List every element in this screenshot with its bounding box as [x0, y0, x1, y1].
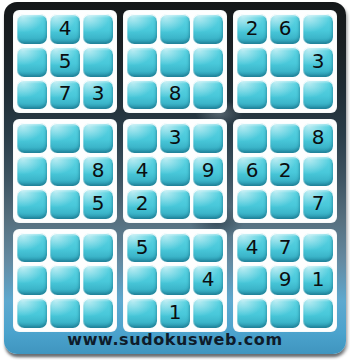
sudoku-cell[interactable]: 4 [193, 265, 223, 295]
sudoku-cell[interactable]: 3 [303, 47, 333, 77]
given-digit: 4 [136, 160, 149, 180]
sudoku-cell[interactable] [127, 80, 157, 110]
sudoku-cell[interactable] [160, 14, 190, 44]
given-digit: 7 [279, 237, 292, 257]
sudoku-cell[interactable] [50, 123, 80, 153]
sudoku-cell[interactable] [237, 80, 267, 110]
sudoku-cell[interactable] [83, 47, 113, 77]
sudoku-cell[interactable] [127, 265, 157, 295]
sudoku-cell[interactable] [127, 14, 157, 44]
sudoku-cell[interactable] [270, 123, 300, 153]
given-digit: 3 [169, 127, 182, 147]
sudoku-cell[interactable] [160, 47, 190, 77]
given-digit: 6 [246, 160, 259, 180]
sudoku-cell[interactable] [50, 265, 80, 295]
sudoku-cell[interactable] [160, 265, 190, 295]
sudoku-cell[interactable] [83, 265, 113, 295]
given-digit: 8 [169, 83, 182, 103]
sudoku-cell[interactable] [303, 233, 333, 263]
sudoku-cell[interactable] [17, 80, 47, 110]
given-digit: 9 [202, 160, 215, 180]
sudoku-cell[interactable]: 8 [160, 80, 190, 110]
sudoku-box: 4573 [13, 10, 117, 113]
given-digit: 5 [136, 237, 149, 257]
sudoku-cell[interactable] [83, 123, 113, 153]
sudoku-cell[interactable]: 7 [303, 189, 333, 219]
sudoku-cell[interactable]: 5 [50, 47, 80, 77]
sudoku-cell[interactable]: 1 [160, 298, 190, 328]
sudoku-cell[interactable]: 3 [160, 123, 190, 153]
sudoku-box: 3492 [123, 119, 227, 222]
sudoku-box: 8 [123, 10, 227, 113]
sudoku-cell[interactable] [303, 298, 333, 328]
sudoku-cell[interactable]: 8 [83, 156, 113, 186]
given-digit: 5 [92, 193, 105, 213]
sudoku-cell[interactable] [50, 233, 80, 263]
sudoku-cell[interactable] [193, 298, 223, 328]
sudoku-cell[interactable]: 4 [50, 14, 80, 44]
sudoku-cell[interactable]: 2 [237, 14, 267, 44]
sudoku-cell[interactable]: 4 [127, 156, 157, 186]
sudoku-cell[interactable] [270, 298, 300, 328]
sudoku-cell[interactable] [270, 47, 300, 77]
sudoku-cell[interactable]: 1 [303, 265, 333, 295]
sudoku-box [13, 229, 117, 332]
sudoku-cell[interactable] [193, 123, 223, 153]
sudoku-cell[interactable]: 6 [237, 156, 267, 186]
given-digit: 8 [312, 127, 325, 147]
sudoku-cell[interactable] [17, 123, 47, 153]
sudoku-cell[interactable] [50, 156, 80, 186]
sudoku-cell[interactable] [17, 47, 47, 77]
given-digit: 5 [59, 51, 72, 71]
sudoku-cell[interactable]: 5 [83, 189, 113, 219]
sudoku-cell[interactable] [17, 14, 47, 44]
given-digit: 2 [246, 18, 259, 38]
sudoku-cell[interactable] [127, 123, 157, 153]
sudoku-cell[interactable] [17, 298, 47, 328]
sudoku-cell[interactable] [303, 156, 333, 186]
sudoku-cell[interactable]: 7 [270, 233, 300, 263]
sudoku-cell[interactable] [127, 298, 157, 328]
sudoku-cell[interactable] [83, 14, 113, 44]
board-plaque: 4573826385349286275414791 www.sudokusweb… [4, 2, 346, 354]
given-digit: 3 [92, 83, 105, 103]
given-digit: 6 [279, 18, 292, 38]
sudoku-box: 263 [233, 10, 337, 113]
sudoku-cell[interactable] [193, 47, 223, 77]
sudoku-cell[interactable] [237, 123, 267, 153]
given-digit: 1 [169, 302, 182, 322]
sudoku-cell[interactable] [270, 189, 300, 219]
sudoku-cell[interactable]: 7 [50, 80, 80, 110]
sudoku-cell[interactable] [237, 47, 267, 77]
sudoku-widget: 4573826385349286275414791 www.sudokusweb… [0, 0, 350, 360]
sudoku-cell[interactable] [193, 189, 223, 219]
sudoku-cell[interactable] [160, 233, 190, 263]
sudoku-cell[interactable] [127, 47, 157, 77]
sudoku-cell[interactable]: 8 [303, 123, 333, 153]
sudoku-cell[interactable] [270, 80, 300, 110]
sudoku-cell[interactable] [83, 233, 113, 263]
given-digit: 2 [136, 193, 149, 213]
given-digit: 3 [312, 51, 325, 71]
sudoku-cell[interactable] [17, 156, 47, 186]
sudoku-cell[interactable]: 4 [237, 233, 267, 263]
sudoku-cell[interactable]: 2 [270, 156, 300, 186]
sudoku-cell[interactable] [17, 189, 47, 219]
sudoku-box: 85 [13, 119, 117, 222]
sudoku-board: 4573826385349286275414791 [13, 10, 337, 332]
sudoku-cell[interactable] [303, 14, 333, 44]
sudoku-cell[interactable] [50, 189, 80, 219]
sudoku-box: 541 [123, 229, 227, 332]
sudoku-cell[interactable]: 6 [270, 14, 300, 44]
given-digit: 1 [312, 269, 325, 289]
given-digit: 2 [279, 160, 292, 180]
given-digit: 7 [59, 83, 72, 103]
sudoku-cell[interactable]: 5 [127, 233, 157, 263]
given-digit: 4 [59, 18, 72, 38]
given-digit: 7 [312, 193, 325, 213]
sudoku-cell[interactable] [50, 298, 80, 328]
sudoku-cell[interactable] [160, 189, 190, 219]
given-digit: 4 [246, 237, 259, 257]
sudoku-cell[interactable] [193, 233, 223, 263]
sudoku-box: 4791 [233, 229, 337, 332]
given-digit: 9 [279, 269, 292, 289]
sudoku-cell[interactable]: 2 [127, 189, 157, 219]
sudoku-cell[interactable] [237, 265, 267, 295]
sudoku-cell[interactable]: 9 [270, 265, 300, 295]
sudoku-cell[interactable]: 9 [193, 156, 223, 186]
sudoku-cell[interactable] [83, 298, 113, 328]
given-digit: 8 [92, 160, 105, 180]
given-digit: 4 [202, 269, 215, 289]
footer-url[interactable]: www.sudokusweb.com [4, 329, 346, 350]
sudoku-cell[interactable] [303, 80, 333, 110]
sudoku-cell[interactable] [193, 14, 223, 44]
sudoku-box: 8627 [233, 119, 337, 222]
sudoku-cell[interactable] [237, 298, 267, 328]
sudoku-cell[interactable] [237, 189, 267, 219]
sudoku-cell[interactable]: 3 [83, 80, 113, 110]
sudoku-cell[interactable] [17, 233, 47, 263]
sudoku-cell[interactable] [193, 80, 223, 110]
sudoku-cell[interactable] [160, 156, 190, 186]
sudoku-cell[interactable] [17, 265, 47, 295]
